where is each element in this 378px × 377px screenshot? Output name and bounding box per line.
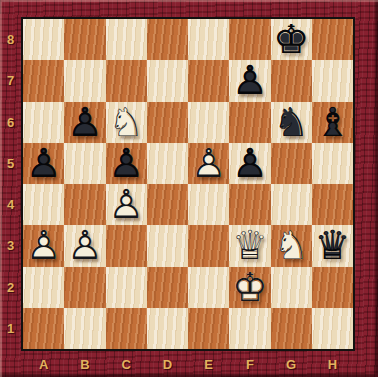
rank-label-8: 8 (0, 19, 21, 60)
rank-label-2: 2 (0, 267, 21, 308)
square-c8[interactable] (106, 19, 147, 60)
square-c5[interactable]: ♟♙ (106, 143, 147, 184)
rank-label-3: 3 (0, 225, 21, 266)
square-g1[interactable] (271, 308, 312, 349)
white-knight-g3[interactable]: ♞♘ (271, 225, 312, 266)
square-c4[interactable]: ♟♙ (106, 184, 147, 225)
square-h6[interactable]: ♝♗ (312, 102, 353, 143)
rank-label-4: 4 (0, 184, 21, 225)
square-f4[interactable] (229, 184, 270, 225)
square-h2[interactable] (312, 267, 353, 308)
square-c3[interactable] (106, 225, 147, 266)
square-b1[interactable] (64, 308, 105, 349)
square-b2[interactable] (64, 267, 105, 308)
square-f7[interactable]: ♟♙ (229, 60, 270, 101)
square-b6[interactable]: ♟♙ (64, 102, 105, 143)
square-d8[interactable] (147, 19, 188, 60)
square-g8[interactable]: ♚♔ (271, 19, 312, 60)
square-d5[interactable] (147, 143, 188, 184)
square-h1[interactable] (312, 308, 353, 349)
square-e7[interactable] (188, 60, 229, 101)
board-grid: ♚♔♟♙♟♙♞♘♞♘♝♗♟♙♟♙♟♙♟♙♟♙♟♙♟♙♛♕♞♘♛♕♚♔ (21, 17, 355, 351)
square-e4[interactable] (188, 184, 229, 225)
square-b5[interactable] (64, 143, 105, 184)
square-b8[interactable] (64, 19, 105, 60)
black-pawn-b6[interactable]: ♟♙ (64, 102, 105, 143)
square-d7[interactable] (147, 60, 188, 101)
chess-diagram-frame: 87654321 ♚♔♟♙♟♙♞♘♞♘♝♗♟♙♟♙♟♙♟♙♟♙♟♙♟♙♛♕♞♘♛… (0, 0, 378, 377)
square-d6[interactable] (147, 102, 188, 143)
file-label-e: E (188, 351, 229, 377)
square-d1[interactable] (147, 308, 188, 349)
square-f2[interactable]: ♚♔ (229, 267, 270, 308)
white-king-f2[interactable]: ♚♔ (229, 267, 270, 308)
square-g3[interactable]: ♞♘ (271, 225, 312, 266)
square-b7[interactable] (64, 60, 105, 101)
rank-label-6: 6 (0, 102, 21, 143)
square-a7[interactable] (23, 60, 64, 101)
square-h8[interactable] (312, 19, 353, 60)
square-e8[interactable] (188, 19, 229, 60)
black-pawn-f7[interactable]: ♟♙ (229, 60, 270, 101)
square-g7[interactable] (271, 60, 312, 101)
square-c1[interactable] (106, 308, 147, 349)
white-queen-f3[interactable]: ♛♕ (229, 225, 270, 266)
square-b3[interactable]: ♟♙ (64, 225, 105, 266)
file-label-b: B (64, 351, 105, 377)
white-pawn-c4[interactable]: ♟♙ (106, 184, 147, 225)
square-d3[interactable] (147, 225, 188, 266)
square-a1[interactable] (23, 308, 64, 349)
file-label-a: A (23, 351, 64, 377)
rank-label-7: 7 (0, 60, 21, 101)
black-knight-g6[interactable]: ♞♘ (271, 102, 312, 143)
rank-label-5: 5 (0, 143, 21, 184)
white-knight-c6[interactable]: ♞♘ (106, 102, 147, 143)
square-f6[interactable] (229, 102, 270, 143)
square-a4[interactable] (23, 184, 64, 225)
square-e1[interactable] (188, 308, 229, 349)
file-label-h: H (312, 351, 353, 377)
square-b4[interactable] (64, 184, 105, 225)
square-d2[interactable] (147, 267, 188, 308)
square-e5[interactable]: ♟♙ (188, 143, 229, 184)
square-d4[interactable] (147, 184, 188, 225)
square-e2[interactable] (188, 267, 229, 308)
square-c6[interactable]: ♞♘ (106, 102, 147, 143)
file-label-g: G (271, 351, 312, 377)
square-a8[interactable] (23, 19, 64, 60)
rank-labels: 87654321 (0, 19, 21, 349)
square-f8[interactable] (229, 19, 270, 60)
black-queen-h3[interactable]: ♛♕ (312, 225, 353, 266)
file-label-f: F (229, 351, 270, 377)
square-e3[interactable] (188, 225, 229, 266)
square-g5[interactable] (271, 143, 312, 184)
square-h5[interactable] (312, 143, 353, 184)
square-e6[interactable] (188, 102, 229, 143)
white-pawn-b3[interactable]: ♟♙ (64, 225, 105, 266)
white-pawn-e5[interactable]: ♟♙ (188, 143, 229, 184)
square-h7[interactable] (312, 60, 353, 101)
square-g2[interactable] (271, 267, 312, 308)
rank-label-1: 1 (0, 308, 21, 349)
square-g4[interactable] (271, 184, 312, 225)
square-c2[interactable] (106, 267, 147, 308)
square-a6[interactable] (23, 102, 64, 143)
black-king-g8[interactable]: ♚♔ (271, 19, 312, 60)
square-c7[interactable] (106, 60, 147, 101)
black-pawn-c5[interactable]: ♟♙ (106, 143, 147, 184)
square-a5[interactable]: ♟♙ (23, 143, 64, 184)
square-a2[interactable] (23, 267, 64, 308)
white-pawn-a3[interactable]: ♟♙ (23, 225, 64, 266)
square-f5[interactable]: ♟♙ (229, 143, 270, 184)
square-h4[interactable] (312, 184, 353, 225)
black-pawn-a5[interactable]: ♟♙ (23, 143, 64, 184)
black-bishop-h6[interactable]: ♝♗ (312, 102, 353, 143)
square-f3[interactable]: ♛♕ (229, 225, 270, 266)
square-a3[interactable]: ♟♙ (23, 225, 64, 266)
square-h3[interactable]: ♛♕ (312, 225, 353, 266)
file-label-c: C (106, 351, 147, 377)
square-f1[interactable] (229, 308, 270, 349)
file-labels: ABCDEFGH (23, 351, 353, 377)
square-g6[interactable]: ♞♘ (271, 102, 312, 143)
black-pawn-f5[interactable]: ♟♙ (229, 143, 270, 184)
file-label-d: D (147, 351, 188, 377)
